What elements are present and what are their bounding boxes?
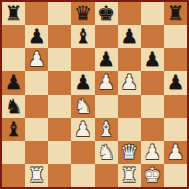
black-pawn[interactable]: ♟: [143, 48, 161, 71]
square-a7[interactable]: [2, 25, 25, 48]
white-king[interactable]: ♚: [143, 164, 161, 187]
square-a5[interactable]: ♟: [2, 71, 25, 94]
square-b1[interactable]: ♜: [25, 164, 48, 187]
black-pawn[interactable]: ♟: [97, 48, 115, 71]
square-f7[interactable]: ♟: [118, 25, 141, 48]
square-h7[interactable]: [164, 25, 187, 48]
square-b6[interactable]: ♟: [25, 48, 48, 71]
square-e7[interactable]: [95, 25, 118, 48]
square-b4[interactable]: [25, 95, 48, 118]
square-d3[interactable]: ♟: [71, 118, 94, 141]
white-pawn[interactable]: ♟: [143, 141, 161, 164]
white-pawn[interactable]: ♟: [120, 71, 138, 94]
square-a6[interactable]: [2, 48, 25, 71]
square-d6[interactable]: [71, 48, 94, 71]
white-pawn[interactable]: ♟: [74, 118, 92, 141]
white-knight[interactable]: ♞: [97, 141, 115, 164]
square-g6[interactable]: ♟: [141, 48, 164, 71]
square-b5[interactable]: [25, 71, 48, 94]
square-c4[interactable]: [48, 95, 71, 118]
square-h4[interactable]: [164, 95, 187, 118]
square-g7[interactable]: [141, 25, 164, 48]
white-queen[interactable]: ♛: [120, 141, 138, 164]
square-e3[interactable]: ♝: [95, 118, 118, 141]
square-f3[interactable]: [118, 118, 141, 141]
square-h1[interactable]: [164, 164, 187, 187]
square-b8[interactable]: [25, 2, 48, 25]
square-e2[interactable]: ♞: [95, 141, 118, 164]
black-pawn[interactable]: ♟: [166, 71, 184, 94]
square-e6[interactable]: ♟: [95, 48, 118, 71]
square-e8[interactable]: ♚: [95, 2, 118, 25]
white-rook[interactable]: ♜: [28, 164, 46, 187]
white-pawn[interactable]: ♟: [28, 48, 46, 71]
square-h8[interactable]: ♜: [164, 2, 187, 25]
black-bishop[interactable]: ♝: [5, 118, 23, 141]
square-a8[interactable]: ♜: [2, 2, 25, 25]
square-c7[interactable]: [48, 25, 71, 48]
black-bishop[interactable]: ♝: [74, 25, 92, 48]
white-pawn[interactable]: ♟: [166, 141, 184, 164]
square-a4[interactable]: ♞: [2, 95, 25, 118]
white-pawn[interactable]: ♟: [97, 71, 115, 94]
square-c3[interactable]: [48, 118, 71, 141]
square-f5[interactable]: ♟: [118, 71, 141, 94]
square-c1[interactable]: [48, 164, 71, 187]
square-d8[interactable]: ♛: [71, 2, 94, 25]
square-b2[interactable]: [25, 141, 48, 164]
square-c8[interactable]: [48, 2, 71, 25]
black-pawn[interactable]: ♟: [5, 71, 23, 94]
square-g8[interactable]: [141, 2, 164, 25]
square-h2[interactable]: ♟: [164, 141, 187, 164]
square-g1[interactable]: ♚: [141, 164, 164, 187]
white-knight[interactable]: ♞: [74, 95, 92, 118]
square-b7[interactable]: ♟: [25, 25, 48, 48]
square-e5[interactable]: ♟: [95, 71, 118, 94]
black-king[interactable]: ♚: [97, 2, 115, 25]
square-d4[interactable]: ♞: [71, 95, 94, 118]
square-c2[interactable]: [48, 141, 71, 164]
square-d7[interactable]: ♝: [71, 25, 94, 48]
black-knight[interactable]: ♞: [5, 95, 23, 118]
square-c5[interactable]: [48, 71, 71, 94]
square-d2[interactable]: [71, 141, 94, 164]
square-e1[interactable]: [95, 164, 118, 187]
square-f8[interactable]: [118, 2, 141, 25]
black-pawn[interactable]: ♟: [28, 25, 46, 48]
square-g3[interactable]: [141, 118, 164, 141]
black-pawn[interactable]: ♟: [120, 25, 138, 48]
square-a1[interactable]: [2, 164, 25, 187]
square-e4[interactable]: [95, 95, 118, 118]
square-h5[interactable]: ♟: [164, 71, 187, 94]
chess-board: ♜♛♚♜♟♝♟♟♟♟♟♟♟♟♟♞♞♝♟♝♞♛♟♟♜♜♚: [2, 2, 187, 187]
square-g4[interactable]: [141, 95, 164, 118]
black-queen[interactable]: ♛: [74, 2, 92, 25]
square-b3[interactable]: [25, 118, 48, 141]
square-a3[interactable]: ♝: [2, 118, 25, 141]
square-d5[interactable]: ♟: [71, 71, 94, 94]
board-frame: ♜♛♚♜♟♝♟♟♟♟♟♟♟♟♟♞♞♝♟♝♞♛♟♟♜♜♚: [0, 0, 189, 189]
white-rook[interactable]: ♜: [120, 164, 138, 187]
black-pawn[interactable]: ♟: [74, 71, 92, 94]
square-a2[interactable]: [2, 141, 25, 164]
square-f2[interactable]: ♛: [118, 141, 141, 164]
square-f4[interactable]: [118, 95, 141, 118]
square-h3[interactable]: [164, 118, 187, 141]
black-rook[interactable]: ♜: [166, 2, 184, 25]
black-rook[interactable]: ♜: [5, 2, 23, 25]
square-g2[interactable]: ♟: [141, 141, 164, 164]
square-f6[interactable]: [118, 48, 141, 71]
square-c6[interactable]: [48, 48, 71, 71]
square-g5[interactable]: [141, 71, 164, 94]
white-bishop[interactable]: ♝: [97, 118, 115, 141]
square-d1[interactable]: [71, 164, 94, 187]
square-f1[interactable]: ♜: [118, 164, 141, 187]
square-h6[interactable]: [164, 48, 187, 71]
